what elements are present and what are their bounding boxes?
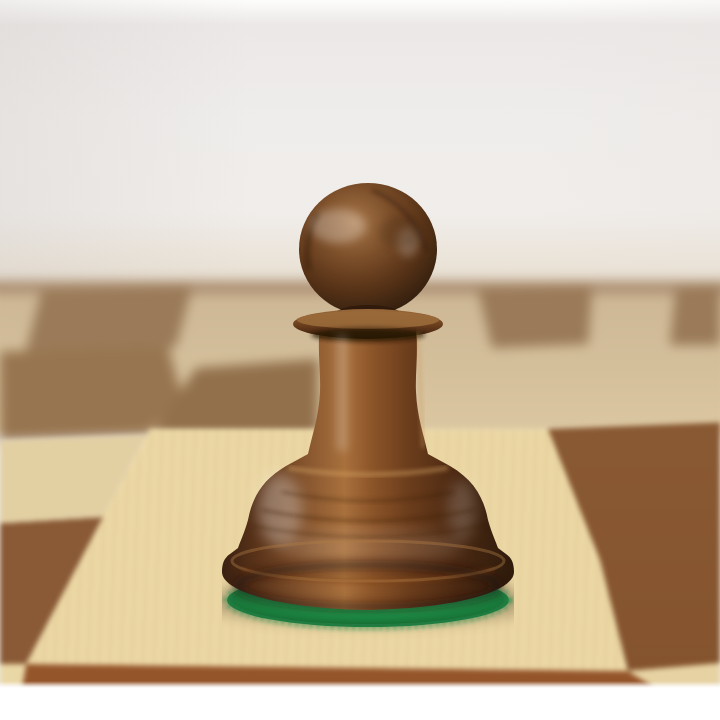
pawn-collar (293, 305, 443, 342)
white-foreground-band (0, 681, 720, 720)
pawn-piece: ♟ (222, 180, 514, 640)
scene-photo: ♟ (0, 0, 720, 720)
pawn-svg (222, 180, 514, 640)
pawn-head (299, 183, 437, 315)
